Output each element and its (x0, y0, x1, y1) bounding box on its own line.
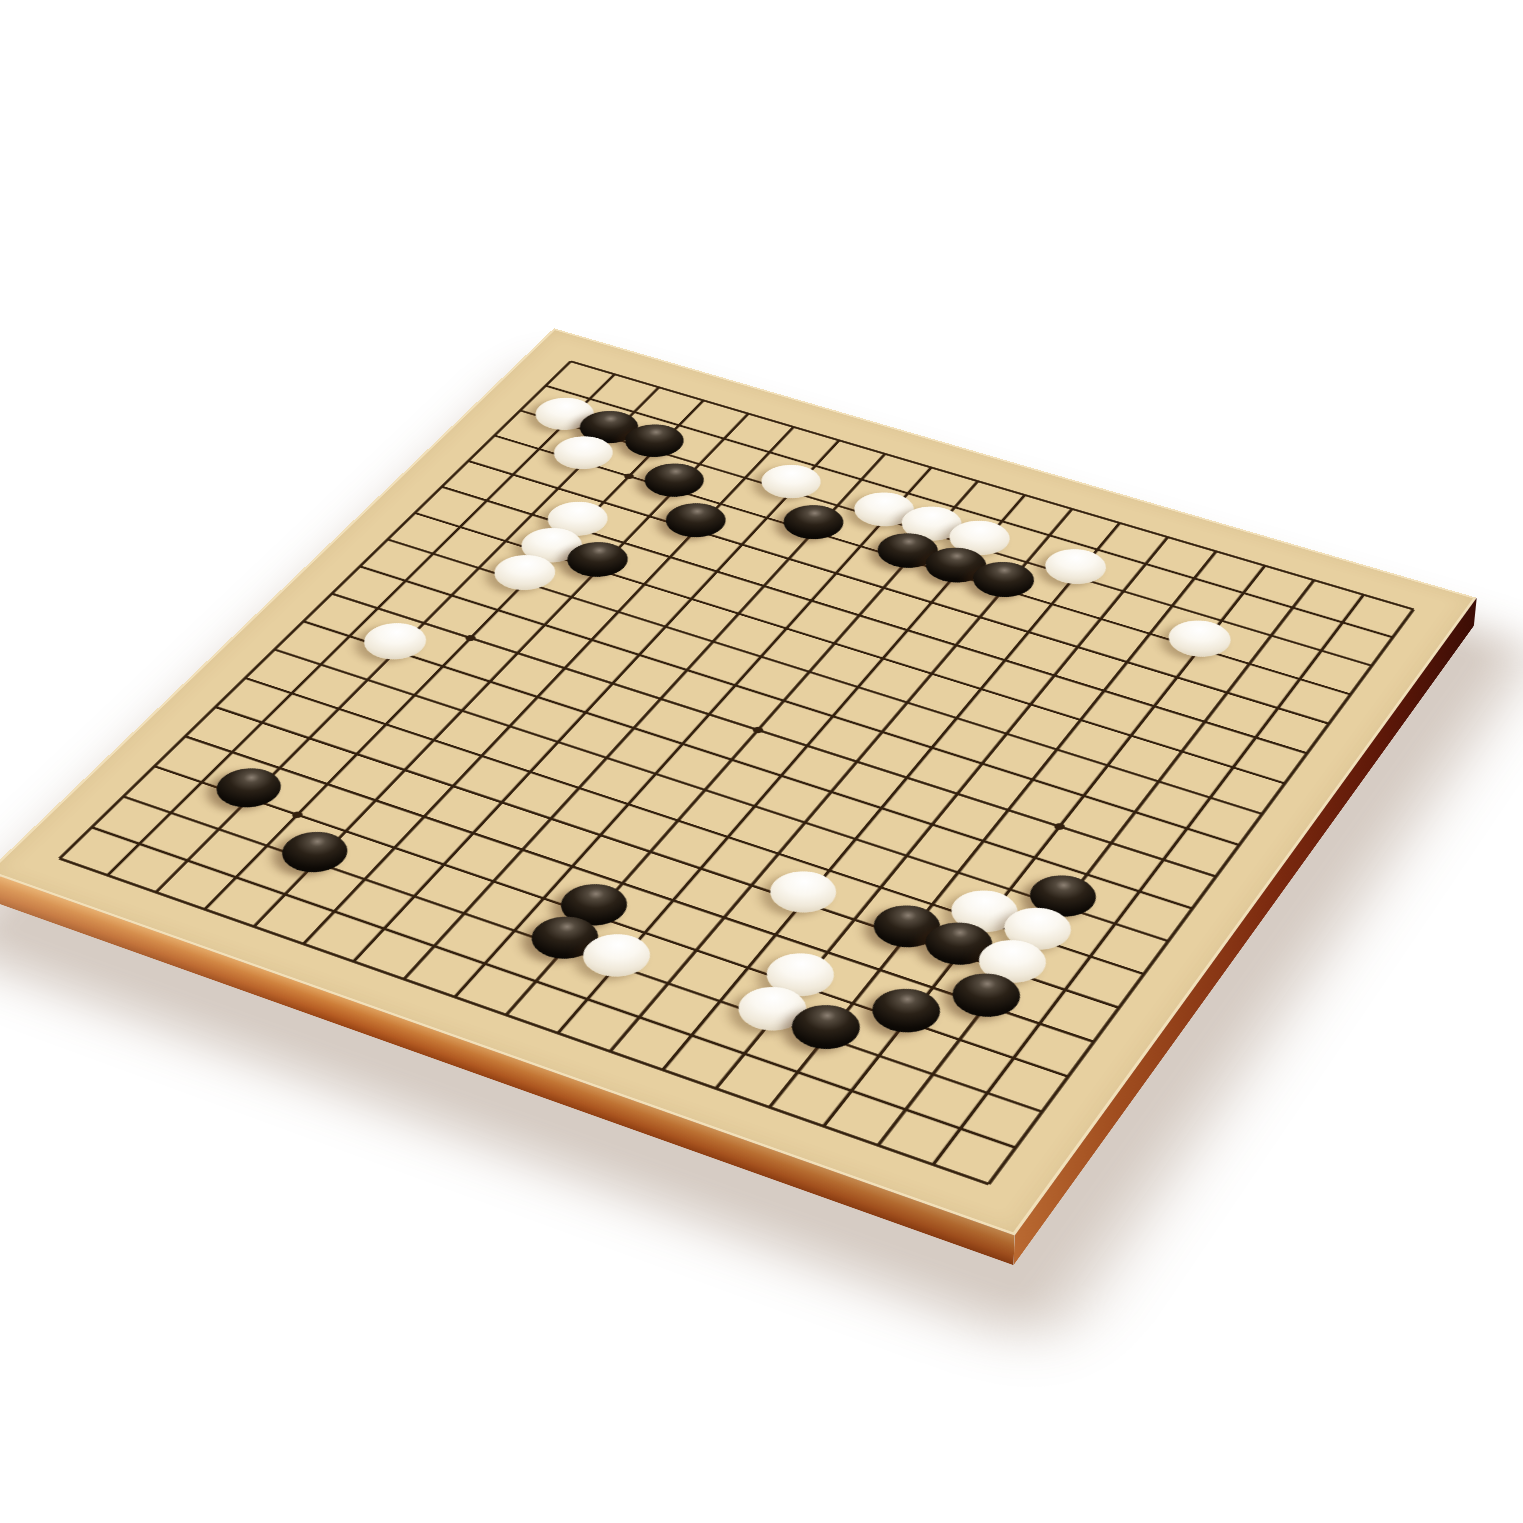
star-point (290, 810, 305, 819)
star-point (751, 726, 765, 734)
board-surface (0, 328, 1477, 1235)
star-point (464, 634, 478, 642)
go-board (0, 328, 1477, 1235)
star-point (1052, 822, 1066, 831)
star-point (622, 473, 635, 480)
photo-scene (0, 0, 1523, 1523)
